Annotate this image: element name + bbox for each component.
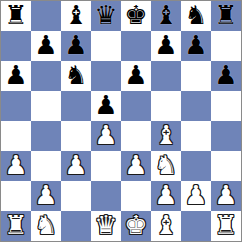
piece-black-queen[interactable]: ♛ [94, 2, 117, 28]
square-d3[interactable] [91, 151, 121, 181]
square-f5[interactable] [151, 91, 181, 121]
square-g8[interactable]: ♞ [181, 1, 211, 31]
square-e7[interactable] [121, 31, 151, 61]
square-f8[interactable]: ♝ [151, 1, 181, 31]
chess-board-frame: ♜♝♛♚♝♞♜♟♟♟♟♟♞♟♟♟♟♝♟♟♟♞♟♟♟♟♜♞♛♚♝♜ [0, 0, 242, 242]
square-e1[interactable]: ♚ [121, 211, 151, 241]
piece-black-pawn[interactable]: ♟ [34, 32, 57, 58]
square-e6[interactable]: ♟ [121, 61, 151, 91]
piece-white-pawn[interactable]: ♟ [4, 152, 27, 178]
square-f4[interactable]: ♝ [151, 121, 181, 151]
square-c4[interactable] [61, 121, 91, 151]
piece-white-rook[interactable]: ♜ [214, 212, 237, 238]
square-c8[interactable]: ♝ [61, 1, 91, 31]
square-d5[interactable]: ♟ [91, 91, 121, 121]
square-c5[interactable] [61, 91, 91, 121]
piece-black-pawn[interactable]: ♟ [124, 62, 147, 88]
square-h8[interactable]: ♜ [211, 1, 241, 31]
square-e2[interactable] [121, 181, 151, 211]
piece-white-pawn[interactable]: ♟ [124, 152, 147, 178]
square-c1[interactable] [61, 211, 91, 241]
square-f1[interactable]: ♝ [151, 211, 181, 241]
piece-white-pawn[interactable]: ♟ [34, 182, 57, 208]
square-b4[interactable] [31, 121, 61, 151]
piece-black-pawn[interactable]: ♟ [94, 92, 117, 118]
piece-black-knight[interactable]: ♞ [64, 62, 87, 88]
square-f2[interactable]: ♟ [151, 181, 181, 211]
square-b7[interactable]: ♟ [31, 31, 61, 61]
square-e8[interactable]: ♚ [121, 1, 151, 31]
square-a8[interactable]: ♜ [1, 1, 31, 31]
square-d2[interactable] [91, 181, 121, 211]
piece-black-pawn[interactable]: ♟ [214, 62, 237, 88]
square-f3[interactable]: ♞ [151, 151, 181, 181]
piece-black-rook[interactable]: ♜ [214, 2, 237, 28]
piece-black-pawn[interactable]: ♟ [64, 32, 87, 58]
square-c2[interactable] [61, 181, 91, 211]
piece-black-rook[interactable]: ♜ [4, 2, 27, 28]
square-a2[interactable] [1, 181, 31, 211]
piece-white-pawn[interactable]: ♟ [94, 122, 117, 148]
square-d8[interactable]: ♛ [91, 1, 121, 31]
piece-white-pawn[interactable]: ♟ [214, 182, 237, 208]
square-h7[interactable] [211, 31, 241, 61]
square-a1[interactable]: ♜ [1, 211, 31, 241]
square-c7[interactable]: ♟ [61, 31, 91, 61]
square-a3[interactable]: ♟ [1, 151, 31, 181]
square-a6[interactable]: ♟ [1, 61, 31, 91]
square-h4[interactable] [211, 121, 241, 151]
piece-black-king[interactable]: ♚ [124, 2, 147, 28]
square-f7[interactable]: ♟ [151, 31, 181, 61]
piece-black-bishop[interactable]: ♝ [64, 2, 87, 28]
square-f6[interactable] [151, 61, 181, 91]
square-d7[interactable] [91, 31, 121, 61]
piece-white-pawn[interactable]: ♟ [64, 152, 87, 178]
square-h2[interactable]: ♟ [211, 181, 241, 211]
square-g6[interactable] [181, 61, 211, 91]
piece-white-knight[interactable]: ♞ [154, 152, 177, 178]
square-d6[interactable] [91, 61, 121, 91]
square-a7[interactable] [1, 31, 31, 61]
square-e3[interactable]: ♟ [121, 151, 151, 181]
square-g4[interactable] [181, 121, 211, 151]
square-b6[interactable] [31, 61, 61, 91]
piece-black-pawn[interactable]: ♟ [4, 62, 27, 88]
square-g2[interactable]: ♟ [181, 181, 211, 211]
square-c3[interactable]: ♟ [61, 151, 91, 181]
square-g1[interactable] [181, 211, 211, 241]
square-a5[interactable] [1, 91, 31, 121]
square-h5[interactable] [211, 91, 241, 121]
chess-board: ♜♝♛♚♝♞♜♟♟♟♟♟♞♟♟♟♟♝♟♟♟♞♟♟♟♟♜♞♛♚♝♜ [1, 1, 241, 241]
square-b1[interactable]: ♞ [31, 211, 61, 241]
square-c6[interactable]: ♞ [61, 61, 91, 91]
square-h1[interactable]: ♜ [211, 211, 241, 241]
square-b5[interactable] [31, 91, 61, 121]
piece-white-bishop[interactable]: ♝ [154, 212, 177, 238]
square-h6[interactable]: ♟ [211, 61, 241, 91]
square-d1[interactable]: ♛ [91, 211, 121, 241]
square-g5[interactable] [181, 91, 211, 121]
piece-white-bishop[interactable]: ♝ [154, 122, 177, 148]
piece-black-bishop[interactable]: ♝ [154, 2, 177, 28]
piece-black-knight[interactable]: ♞ [184, 2, 207, 28]
square-a4[interactable] [1, 121, 31, 151]
square-b2[interactable]: ♟ [31, 181, 61, 211]
piece-white-king[interactable]: ♚ [124, 212, 147, 238]
square-g3[interactable] [181, 151, 211, 181]
square-b3[interactable] [31, 151, 61, 181]
piece-black-pawn[interactable]: ♟ [154, 32, 177, 58]
square-e4[interactable] [121, 121, 151, 151]
piece-white-knight[interactable]: ♞ [34, 212, 57, 238]
piece-white-pawn[interactable]: ♟ [154, 182, 177, 208]
piece-black-pawn[interactable]: ♟ [184, 32, 207, 58]
piece-white-rook[interactable]: ♜ [4, 212, 27, 238]
square-d4[interactable]: ♟ [91, 121, 121, 151]
square-e5[interactable] [121, 91, 151, 121]
square-g7[interactable]: ♟ [181, 31, 211, 61]
piece-white-pawn[interactable]: ♟ [184, 182, 207, 208]
piece-white-queen[interactable]: ♛ [94, 212, 117, 238]
square-h3[interactable] [211, 151, 241, 181]
square-b8[interactable] [31, 1, 61, 31]
